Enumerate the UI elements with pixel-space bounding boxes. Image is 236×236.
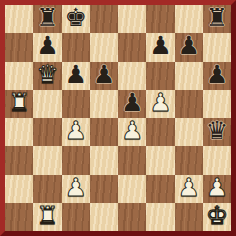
square-e7[interactable] [118,33,146,61]
square-g5[interactable] [175,90,203,118]
square-f3[interactable] [146,146,174,174]
square-h2[interactable]: ♟ [203,175,231,203]
piece-white-king[interactable]: ♚ [206,203,228,230]
square-a4[interactable] [5,118,33,146]
square-c4[interactable]: ♟ [62,118,90,146]
square-a2[interactable] [5,175,33,203]
square-d6[interactable]: ♟ [90,62,118,90]
square-b8[interactable]: ♜ [33,5,61,33]
square-g2[interactable]: ♟ [175,175,203,203]
piece-black-rook[interactable]: ♜ [36,5,58,32]
piece-black-pawn[interactable]: ♟ [121,90,143,117]
square-d7[interactable] [90,33,118,61]
square-c7[interactable] [62,33,90,61]
piece-black-pawn[interactable]: ♟ [149,33,171,60]
square-g7[interactable]: ♟ [175,33,203,61]
square-a5[interactable]: ♜ [5,90,33,118]
piece-black-pawn[interactable]: ♟ [36,33,58,60]
piece-white-pawn[interactable]: ♟ [64,175,86,202]
piece-black-pawn[interactable]: ♟ [206,62,228,89]
square-c1[interactable] [62,203,90,231]
square-h6[interactable]: ♟ [203,62,231,90]
square-b1[interactable]: ♜ [33,203,61,231]
piece-black-queen[interactable]: ♛ [206,118,228,145]
piece-white-rook[interactable]: ♜ [8,90,30,117]
piece-white-queen[interactable]: ♛ [36,62,58,89]
square-c2[interactable]: ♟ [62,175,90,203]
square-h8[interactable]: ♜ [203,5,231,33]
piece-black-pawn[interactable]: ♟ [93,62,115,89]
square-e6[interactable] [118,62,146,90]
square-f2[interactable] [146,175,174,203]
square-f4[interactable] [146,118,174,146]
square-c3[interactable] [62,146,90,174]
square-a3[interactable] [5,146,33,174]
square-d2[interactable] [90,175,118,203]
square-e8[interactable] [118,5,146,33]
square-e3[interactable] [118,146,146,174]
piece-white-pawn[interactable]: ♟ [206,175,228,202]
piece-white-pawn[interactable]: ♟ [64,118,86,145]
square-e4[interactable]: ♟ [118,118,146,146]
square-c8[interactable]: ♚ [62,5,90,33]
board-frame: ♜♚♜♟♟♟♛♟♟♟♜♟♟♟♟♛♟♟♟♜♚ [0,0,236,236]
square-d8[interactable] [90,5,118,33]
square-h5[interactable] [203,90,231,118]
square-d5[interactable] [90,90,118,118]
square-c5[interactable] [62,90,90,118]
square-a6[interactable] [5,62,33,90]
square-g3[interactable] [175,146,203,174]
square-a8[interactable] [5,5,33,33]
square-g8[interactable] [175,5,203,33]
square-g1[interactable] [175,203,203,231]
square-h3[interactable] [203,146,231,174]
square-b2[interactable] [33,175,61,203]
square-b5[interactable] [33,90,61,118]
square-g4[interactable] [175,118,203,146]
piece-white-pawn[interactable]: ♟ [121,118,143,145]
piece-white-pawn[interactable]: ♟ [149,90,171,117]
square-h7[interactable] [203,33,231,61]
piece-white-pawn[interactable]: ♟ [177,175,199,202]
square-f7[interactable]: ♟ [146,33,174,61]
square-a1[interactable] [5,203,33,231]
square-f8[interactable] [146,5,174,33]
square-h1[interactable]: ♚ [203,203,231,231]
square-e2[interactable] [118,175,146,203]
square-a7[interactable] [5,33,33,61]
square-f1[interactable] [146,203,174,231]
square-f6[interactable] [146,62,174,90]
piece-white-rook[interactable]: ♜ [36,203,58,230]
piece-black-king[interactable]: ♚ [64,5,86,32]
square-b4[interactable] [33,118,61,146]
piece-black-pawn[interactable]: ♟ [64,62,86,89]
square-b6[interactable]: ♛ [33,62,61,90]
square-d4[interactable] [90,118,118,146]
chess-board: ♜♚♜♟♟♟♛♟♟♟♜♟♟♟♟♛♟♟♟♜♚ [5,5,231,231]
piece-black-rook[interactable]: ♜ [206,5,228,32]
square-e1[interactable] [118,203,146,231]
square-g6[interactable] [175,62,203,90]
square-h4[interactable]: ♛ [203,118,231,146]
square-e5[interactable]: ♟ [118,90,146,118]
square-d1[interactable] [90,203,118,231]
piece-black-pawn[interactable]: ♟ [177,33,199,60]
square-f5[interactable]: ♟ [146,90,174,118]
square-b7[interactable]: ♟ [33,33,61,61]
square-c6[interactable]: ♟ [62,62,90,90]
square-d3[interactable] [90,146,118,174]
square-b3[interactable] [33,146,61,174]
